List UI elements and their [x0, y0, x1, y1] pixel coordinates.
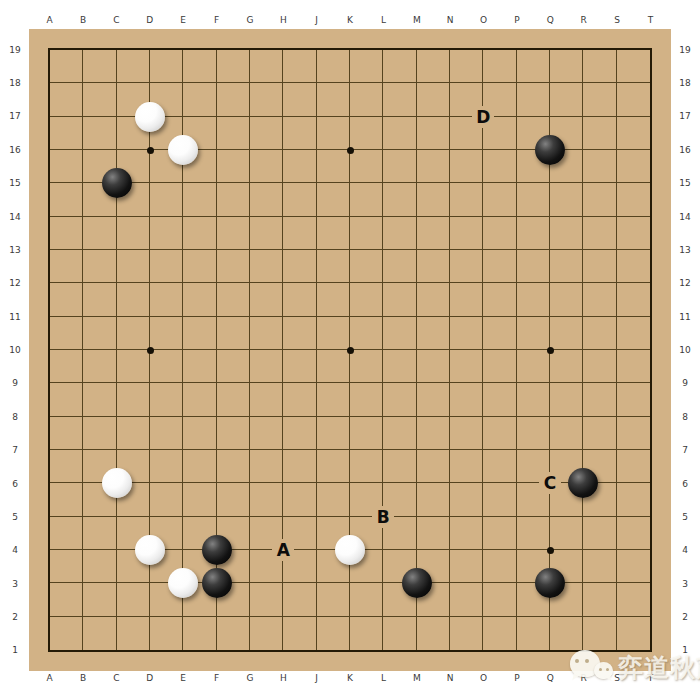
grid-cell [50, 450, 83, 483]
grid-cell [450, 383, 483, 416]
grid-cell [283, 617, 316, 650]
grid-cell [283, 483, 316, 516]
grid-cell [417, 83, 450, 116]
star-point [547, 347, 554, 354]
column-label: D [133, 12, 166, 28]
grid-cell [583, 50, 616, 83]
grid-cell [450, 317, 483, 350]
grid-cell [50, 550, 83, 583]
column-label: S [600, 12, 633, 28]
grid-cell [550, 517, 583, 550]
grid-cell [317, 183, 350, 216]
grid-cell [383, 350, 416, 383]
grid-cell [317, 217, 350, 250]
grid-cell [550, 417, 583, 450]
grid-cell [583, 150, 616, 183]
row-label: 12 [3, 267, 27, 300]
grid-cell [550, 217, 583, 250]
grid-cell [483, 283, 516, 316]
column-label: F [200, 12, 233, 28]
grid-cell [117, 317, 150, 350]
grid-cell [50, 383, 83, 416]
row-label: 11 [3, 300, 27, 333]
star-point [547, 547, 554, 554]
grid-cell [50, 583, 83, 616]
column-label: M [400, 12, 433, 28]
grid-cell [83, 617, 116, 650]
star-point [147, 347, 154, 354]
grid-cell [83, 117, 116, 150]
grid-cell [417, 250, 450, 283]
grid-cell [617, 283, 650, 316]
grid-cell [517, 350, 550, 383]
grid-cell [250, 217, 283, 250]
grid-cell [617, 250, 650, 283]
grid-cell [450, 517, 483, 550]
grid-cell [383, 417, 416, 450]
grid-cell [217, 50, 250, 83]
grid-cell [183, 617, 216, 650]
grid-cell [283, 583, 316, 616]
grid-cell [550, 183, 583, 216]
grid-cell [483, 417, 516, 450]
grid-cell [350, 583, 383, 616]
grid-cell [83, 83, 116, 116]
grid-cell [483, 617, 516, 650]
row-label: 7 [673, 434, 697, 467]
row-label: 10 [3, 333, 27, 366]
grid-cell [617, 550, 650, 583]
row-label: 17 [3, 100, 27, 133]
grid-cell [117, 583, 150, 616]
grid-cell [550, 250, 583, 283]
grid-cell [283, 150, 316, 183]
column-label: Q [534, 12, 567, 28]
grid-cell [150, 283, 183, 316]
grid-cell [417, 117, 450, 150]
grid-cell [350, 150, 383, 183]
row-label: 8 [673, 400, 697, 433]
grid-cell [350, 283, 383, 316]
black-stone [535, 135, 565, 165]
grid-cell [250, 417, 283, 450]
grid-cell [617, 50, 650, 83]
grid-cell [317, 350, 350, 383]
row-label: 13 [3, 233, 27, 266]
grid-cell [350, 117, 383, 150]
grid-cell [150, 383, 183, 416]
grid-cell [117, 250, 150, 283]
grid-cell [250, 83, 283, 116]
grid-cell [350, 183, 383, 216]
grid-cell [317, 450, 350, 483]
grid-cell [617, 317, 650, 350]
row-label: 12 [673, 267, 697, 300]
row-label: 5 [3, 500, 27, 533]
column-labels-top: ABCDEFGHJKLMNOPQRST [33, 12, 667, 28]
grid-cell [283, 117, 316, 150]
grid-cell [150, 50, 183, 83]
row-label: 1 [3, 634, 27, 667]
grid-cell [483, 517, 516, 550]
grid-cell [183, 50, 216, 83]
grid-cell [517, 83, 550, 116]
annotation-B: B [372, 506, 394, 528]
grid-cell [50, 83, 83, 116]
grid-cell [583, 383, 616, 416]
grid-cell [150, 483, 183, 516]
grid-cell [317, 317, 350, 350]
grid-cell [483, 350, 516, 383]
grid-cell [417, 283, 450, 316]
grid-cell [250, 283, 283, 316]
grid-cell [217, 250, 250, 283]
grid-cell [450, 183, 483, 216]
grid-cell [583, 250, 616, 283]
column-label: H [267, 670, 300, 686]
grid-cell [250, 183, 283, 216]
annotation-C: C [539, 472, 561, 494]
grid-cell [617, 517, 650, 550]
grid-cell [283, 417, 316, 450]
grid-cell [317, 283, 350, 316]
grid-cell [50, 317, 83, 350]
grid-cell [617, 450, 650, 483]
grid-cell [483, 50, 516, 83]
grid-cell [450, 50, 483, 83]
row-label: 16 [673, 133, 697, 166]
grid-cell [283, 217, 316, 250]
row-labels-right: 19181716151413121110987654321 [673, 33, 697, 667]
grid-cell [50, 350, 83, 383]
grid-cell [83, 417, 116, 450]
column-label: M [400, 670, 433, 686]
column-label: K [333, 12, 366, 28]
grid-cell [450, 283, 483, 316]
grid-cell [317, 417, 350, 450]
grid-cell [283, 383, 316, 416]
grid-cell [150, 183, 183, 216]
grid-cell [83, 317, 116, 350]
grid-cell [483, 217, 516, 250]
grid-cell [483, 317, 516, 350]
grid-cell [483, 550, 516, 583]
grid-cell [383, 50, 416, 83]
grid-cell [550, 383, 583, 416]
column-label: A [33, 670, 66, 686]
grid-cell [617, 417, 650, 450]
grid-cell [317, 483, 350, 516]
column-label: P [500, 670, 533, 686]
grid-cell [583, 350, 616, 383]
grid-cell [83, 517, 116, 550]
grid-cell [317, 117, 350, 150]
grid-cell [217, 283, 250, 316]
row-labels-left: 19181716151413121110987654321 [3, 33, 27, 667]
grid-cell [50, 117, 83, 150]
grid-cell [383, 83, 416, 116]
grid-cell [450, 217, 483, 250]
grid-cell [417, 183, 450, 216]
grid-cell [483, 150, 516, 183]
grid-cell [83, 50, 116, 83]
annotation-D: D [472, 106, 494, 128]
row-label: 7 [3, 434, 27, 467]
grid-cell [450, 483, 483, 516]
grid-cell [183, 350, 216, 383]
grid-cell [183, 450, 216, 483]
grid-cell [483, 383, 516, 416]
column-label: N [434, 12, 467, 28]
grid-cell [350, 50, 383, 83]
row-label: 19 [673, 33, 697, 66]
grid-cell [617, 150, 650, 183]
grid-cell [583, 417, 616, 450]
grid-cell [417, 350, 450, 383]
grid-cell [217, 450, 250, 483]
grid-cell [50, 50, 83, 83]
grid-cell [250, 50, 283, 83]
grid-cell [83, 283, 116, 316]
grid-cell [217, 150, 250, 183]
grid-cell [50, 417, 83, 450]
row-label: 16 [3, 133, 27, 166]
grid-cell [150, 450, 183, 483]
grid-cell [83, 550, 116, 583]
grid-cell [517, 617, 550, 650]
grid-cell [383, 450, 416, 483]
grid-cell [617, 117, 650, 150]
grid-cell [350, 83, 383, 116]
grid-cell [283, 283, 316, 316]
grid-cell [517, 217, 550, 250]
row-label: 18 [673, 66, 697, 99]
grid-cell [250, 250, 283, 283]
grid-cell [383, 317, 416, 350]
grid-cell [217, 617, 250, 650]
grid-cell [483, 583, 516, 616]
grid-cell [150, 217, 183, 250]
black-stone [202, 535, 232, 565]
grid-cell [83, 217, 116, 250]
grid-cell [350, 450, 383, 483]
grid-cell [50, 150, 83, 183]
row-label: 13 [673, 233, 697, 266]
column-label: B [66, 670, 99, 686]
row-label: 4 [3, 534, 27, 567]
grid-cell [417, 450, 450, 483]
grid-cell [50, 183, 83, 216]
row-label: 11 [673, 300, 697, 333]
grid-cell [383, 150, 416, 183]
grid-cell [117, 417, 150, 450]
row-label: 9 [673, 367, 697, 400]
black-stone [402, 568, 432, 598]
row-label: 8 [3, 400, 27, 433]
grid-cell [283, 317, 316, 350]
column-label: O [467, 12, 500, 28]
grid-cell [383, 250, 416, 283]
grid-cell [250, 383, 283, 416]
grid-cell [50, 217, 83, 250]
grid-cell [617, 217, 650, 250]
grid-cell [283, 183, 316, 216]
row-label: 9 [3, 367, 27, 400]
grid-cell [583, 117, 616, 150]
row-label: 18 [3, 66, 27, 99]
grid-cell [250, 450, 283, 483]
column-label: Q [534, 670, 567, 686]
grid-cell [117, 617, 150, 650]
column-label: D [133, 670, 166, 686]
grid-cell [117, 50, 150, 83]
grid-cell [350, 317, 383, 350]
white-stone [335, 535, 365, 565]
grid-cell [383, 617, 416, 650]
grid-cell [283, 250, 316, 283]
grid-cell [550, 350, 583, 383]
grid-cell [183, 83, 216, 116]
grid-cell [283, 50, 316, 83]
black-stone [102, 168, 132, 198]
star-point [347, 347, 354, 354]
watermark-text: 弈道秋声 [618, 651, 700, 684]
column-label: R [567, 12, 600, 28]
grid-cell [617, 183, 650, 216]
grid-cell [183, 183, 216, 216]
grid-cell [517, 417, 550, 450]
grid-cell [317, 583, 350, 616]
wechat-icon [566, 645, 618, 689]
grid-cell [383, 183, 416, 216]
column-label: B [66, 12, 99, 28]
grid-cell [50, 617, 83, 650]
row-label: 6 [3, 467, 27, 500]
grid-cell [550, 83, 583, 116]
grid-cell [250, 117, 283, 150]
grid-cell [583, 517, 616, 550]
grid-cell [83, 583, 116, 616]
grid-cell [283, 450, 316, 483]
row-label: 2 [673, 600, 697, 633]
grid-cell [183, 250, 216, 283]
grid-cell [450, 250, 483, 283]
column-label: N [434, 670, 467, 686]
grid-cell [350, 417, 383, 450]
grid-cell [50, 250, 83, 283]
grid-cell [517, 183, 550, 216]
grid-cell [217, 183, 250, 216]
grid-cell [217, 483, 250, 516]
grid-cell [517, 50, 550, 83]
grid-cell [617, 483, 650, 516]
grid-cell [250, 350, 283, 383]
grid-cell [183, 317, 216, 350]
column-label: C [100, 670, 133, 686]
row-label: 15 [673, 167, 697, 200]
row-label: 17 [673, 100, 697, 133]
grid-cell [217, 117, 250, 150]
grid-cell [50, 283, 83, 316]
grid-cell [250, 617, 283, 650]
grid-cell [583, 83, 616, 116]
grid-cell [283, 83, 316, 116]
grid-cell [217, 417, 250, 450]
grid-cell [417, 150, 450, 183]
grid-cell [250, 483, 283, 516]
grid-cell [550, 50, 583, 83]
chat-bubble-small [594, 662, 613, 679]
column-label: C [100, 12, 133, 28]
row-label: 6 [673, 467, 697, 500]
grid-cell [350, 617, 383, 650]
column-label: E [167, 12, 200, 28]
row-label: 4 [673, 534, 697, 567]
grid-cell [483, 483, 516, 516]
grid-cell [283, 350, 316, 383]
row-label: 14 [3, 200, 27, 233]
row-label: 19 [3, 33, 27, 66]
row-label: 3 [673, 567, 697, 600]
row-label: 14 [673, 200, 697, 233]
grid-cell [483, 450, 516, 483]
grid-cell [617, 83, 650, 116]
grid-cell [117, 383, 150, 416]
grid-cell [217, 383, 250, 416]
grid-cell [350, 383, 383, 416]
grid-cell [617, 383, 650, 416]
grid-cell [350, 350, 383, 383]
grid-cell [483, 183, 516, 216]
column-label: T [634, 12, 667, 28]
grid-cell [583, 183, 616, 216]
grid-cell [450, 617, 483, 650]
grid-cell [450, 417, 483, 450]
watermark: 弈道秋声 [566, 645, 700, 689]
grid-cell [450, 450, 483, 483]
grid-cell [217, 317, 250, 350]
column-label: L [367, 670, 400, 686]
annotation-A: A [272, 539, 294, 561]
grid-cell [450, 583, 483, 616]
column-label: G [233, 670, 266, 686]
column-label: L [367, 12, 400, 28]
grid-cell [83, 250, 116, 283]
white-stone [102, 468, 132, 498]
row-label: 15 [3, 167, 27, 200]
grid-cell [383, 117, 416, 150]
grid-cell [83, 350, 116, 383]
grid-cell [150, 350, 183, 383]
column-label: E [167, 670, 200, 686]
row-label: 5 [673, 500, 697, 533]
grid-cell [117, 217, 150, 250]
column-label: O [467, 670, 500, 686]
grid-cell [317, 83, 350, 116]
go-diagram: ABCDEFGHJKLMNOPQRST ABCDEFGHJKLMNOPQRST … [0, 0, 700, 700]
grid-cell [117, 283, 150, 316]
row-label: 10 [673, 333, 697, 366]
grid-cell [483, 250, 516, 283]
grid-cell [150, 317, 183, 350]
row-label: 3 [3, 567, 27, 600]
grid-cell [83, 383, 116, 416]
grid-cell [417, 50, 450, 83]
grid-cell [217, 350, 250, 383]
grid-cell [583, 550, 616, 583]
column-label: K [333, 670, 366, 686]
column-label: P [500, 12, 533, 28]
